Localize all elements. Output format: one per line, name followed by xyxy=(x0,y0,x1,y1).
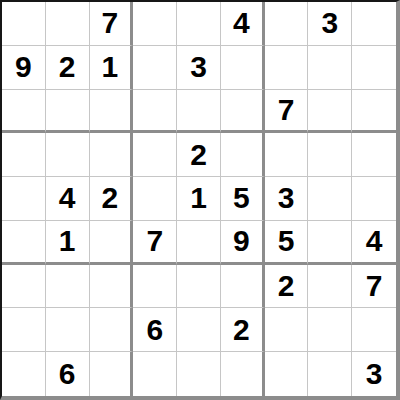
cell-r5c5[interactable]: 1 xyxy=(177,177,221,221)
cell-r9c6[interactable] xyxy=(221,352,265,396)
cell-r5c3[interactable]: 2 xyxy=(90,177,134,221)
cell-r9c4[interactable] xyxy=(133,352,177,396)
cell-r5c9[interactable] xyxy=(352,177,396,221)
cell-r4c9[interactable] xyxy=(352,133,396,177)
cell-r6c2[interactable]: 1 xyxy=(46,221,90,265)
cell-r1c8[interactable]: 3 xyxy=(308,2,352,46)
cell-r9c2[interactable]: 6 xyxy=(46,352,90,396)
cell-r1c6[interactable]: 4 xyxy=(221,2,265,46)
cell-r3c7[interactable]: 7 xyxy=(265,90,309,134)
cell-r1c3[interactable]: 7 xyxy=(90,2,134,46)
cell-r7c5[interactable] xyxy=(177,265,221,309)
cell-r1c1[interactable] xyxy=(2,2,46,46)
cell-r6c9[interactable]: 4 xyxy=(352,221,396,265)
cell-r5c6[interactable]: 5 xyxy=(221,177,265,221)
cell-r2c1[interactable]: 9 xyxy=(2,46,46,90)
cell-r7c2[interactable] xyxy=(46,265,90,309)
cell-r3c9[interactable] xyxy=(352,90,396,134)
cell-r6c6[interactable]: 9 xyxy=(221,221,265,265)
cell-r5c7[interactable]: 3 xyxy=(265,177,309,221)
cell-r2c3[interactable]: 1 xyxy=(90,46,134,90)
cell-r1c5[interactable] xyxy=(177,2,221,46)
cell-r7c6[interactable] xyxy=(221,265,265,309)
cell-r9c5[interactable] xyxy=(177,352,221,396)
cell-r9c3[interactable] xyxy=(90,352,134,396)
cell-r8c4[interactable]: 6 xyxy=(133,308,177,352)
cell-r9c8[interactable] xyxy=(308,352,352,396)
cell-r3c8[interactable] xyxy=(308,90,352,134)
cell-r7c4[interactable] xyxy=(133,265,177,309)
cell-r6c8[interactable] xyxy=(308,221,352,265)
cell-r8c1[interactable] xyxy=(2,308,46,352)
cell-r4c6[interactable] xyxy=(221,133,265,177)
cell-r4c7[interactable] xyxy=(265,133,309,177)
cell-r7c1[interactable] xyxy=(2,265,46,309)
cell-r3c2[interactable] xyxy=(46,90,90,134)
cell-r4c4[interactable] xyxy=(133,133,177,177)
cell-r7c3[interactable] xyxy=(90,265,134,309)
cell-r8c7[interactable] xyxy=(265,308,309,352)
cell-r4c3[interactable] xyxy=(90,133,134,177)
cell-r9c7[interactable] xyxy=(265,352,309,396)
cell-r7c8[interactable] xyxy=(308,265,352,309)
cell-r2c8[interactable] xyxy=(308,46,352,90)
cell-r3c3[interactable] xyxy=(90,90,134,134)
cell-r5c1[interactable] xyxy=(2,177,46,221)
cell-r2c9[interactable] xyxy=(352,46,396,90)
cell-r2c2[interactable]: 2 xyxy=(46,46,90,90)
cell-r8c8[interactable] xyxy=(308,308,352,352)
cell-r3c6[interactable] xyxy=(221,90,265,134)
cell-r4c5[interactable]: 2 xyxy=(177,133,221,177)
cell-r8c2[interactable] xyxy=(46,308,90,352)
cell-r2c5[interactable]: 3 xyxy=(177,46,221,90)
cell-r9c9[interactable]: 3 xyxy=(352,352,396,396)
cell-r1c2[interactable] xyxy=(46,2,90,46)
cell-r2c4[interactable] xyxy=(133,46,177,90)
cell-r4c8[interactable] xyxy=(308,133,352,177)
cell-r3c4[interactable] xyxy=(133,90,177,134)
cell-r4c2[interactable] xyxy=(46,133,90,177)
cell-r9c1[interactable] xyxy=(2,352,46,396)
cell-r5c4[interactable] xyxy=(133,177,177,221)
cell-r7c9[interactable]: 7 xyxy=(352,265,396,309)
cell-r3c5[interactable] xyxy=(177,90,221,134)
cell-r1c4[interactable] xyxy=(133,2,177,46)
cell-r4c1[interactable] xyxy=(2,133,46,177)
cell-r8c3[interactable] xyxy=(90,308,134,352)
cell-r2c7[interactable] xyxy=(265,46,309,90)
cell-r6c4[interactable]: 7 xyxy=(133,221,177,265)
cell-r8c6[interactable]: 2 xyxy=(221,308,265,352)
cell-r5c2[interactable]: 4 xyxy=(46,177,90,221)
cell-r8c9[interactable] xyxy=(352,308,396,352)
cell-r8c5[interactable] xyxy=(177,308,221,352)
cell-r6c3[interactable] xyxy=(90,221,134,265)
cell-r6c1[interactable] xyxy=(2,221,46,265)
sudoku-board: 7439213724215317954276263 xyxy=(0,0,400,400)
cell-r2c6[interactable] xyxy=(221,46,265,90)
cell-r6c5[interactable] xyxy=(177,221,221,265)
cell-r7c7[interactable]: 2 xyxy=(265,265,309,309)
cell-r1c9[interactable] xyxy=(352,2,396,46)
cell-r1c7[interactable] xyxy=(265,2,309,46)
cell-r6c7[interactable]: 5 xyxy=(265,221,309,265)
cell-r3c1[interactable] xyxy=(2,90,46,134)
cell-r5c8[interactable] xyxy=(308,177,352,221)
